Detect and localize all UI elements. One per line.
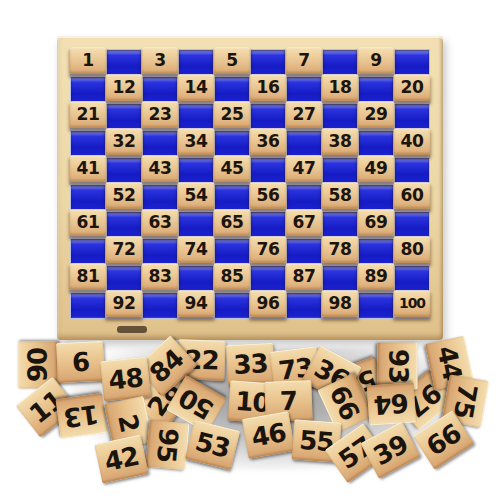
scattered-tile-33[interactable]: 33	[225, 343, 274, 385]
tile-number-label: 29	[365, 106, 388, 123]
blue-square	[143, 131, 177, 156]
blue-square	[395, 50, 429, 75]
blue-square	[359, 185, 393, 210]
blue-square	[215, 185, 249, 210]
blue-square	[71, 77, 105, 102]
number-tile-81[interactable]: 81	[70, 263, 106, 290]
blue-square	[107, 266, 141, 291]
number-tile-47[interactable]: 47	[286, 155, 322, 182]
blue-square	[287, 77, 321, 102]
blue-square	[323, 212, 357, 237]
tile-number-label: 7	[298, 52, 309, 69]
tile-number-label: 74	[185, 241, 208, 258]
blue-square	[107, 104, 141, 129]
number-tile-18[interactable]: 18	[322, 74, 358, 101]
number-tile-92[interactable]: 92	[106, 290, 142, 317]
blue-square	[215, 239, 249, 264]
number-tile-5[interactable]: 5	[214, 47, 250, 74]
tile-number-label: 83	[149, 268, 172, 285]
tile-number-label: 87	[293, 268, 316, 285]
blue-square	[359, 77, 393, 102]
tile-number-label: 56	[257, 187, 280, 204]
number-tile-9[interactable]: 9	[358, 47, 394, 74]
tile-number-label: 45	[221, 160, 244, 177]
number-tile-49[interactable]: 49	[358, 155, 394, 182]
tile-number-label: 9	[370, 52, 381, 69]
blue-square	[251, 212, 285, 237]
blue-square	[107, 158, 141, 183]
number-tile-14[interactable]: 14	[178, 74, 214, 101]
number-tile-58[interactable]: 58	[322, 182, 358, 209]
tile-number-label: 41	[77, 160, 100, 177]
number-tile-87[interactable]: 87	[286, 263, 322, 290]
tile-number-label: 67	[293, 214, 316, 231]
number-tile-72[interactable]: 72	[106, 236, 142, 263]
number-tile-29[interactable]: 29	[358, 101, 394, 128]
scattered-tile-42[interactable]: 42	[94, 435, 148, 484]
tile-number-label: 34	[185, 133, 208, 150]
number-tile-85[interactable]: 85	[214, 263, 250, 290]
scattered-tile-64[interactable]: 64	[366, 382, 416, 425]
blue-square	[323, 266, 357, 291]
number-tile-38[interactable]: 38	[322, 128, 358, 155]
number-tile-1[interactable]: 1	[70, 47, 106, 74]
frame-slot-mark	[117, 326, 147, 333]
number-tile-98[interactable]: 98	[322, 290, 358, 317]
blue-square	[251, 50, 285, 75]
tile-number-label: 98	[329, 295, 352, 312]
number-tile-16[interactable]: 16	[250, 74, 286, 101]
blue-square	[179, 212, 213, 237]
blue-square	[215, 77, 249, 102]
number-tile-41[interactable]: 41	[70, 155, 106, 182]
tile-number-label: 47	[293, 160, 316, 177]
number-tile-52[interactable]: 52	[106, 182, 142, 209]
tile-number-label: 23	[149, 106, 172, 123]
tile-number-label: 85	[221, 268, 244, 285]
number-tile-67[interactable]: 67	[286, 209, 322, 236]
blue-square	[71, 293, 105, 318]
blue-square	[395, 104, 429, 129]
tile-number-label: 58	[329, 187, 352, 204]
tile-number-label: 92	[113, 295, 136, 312]
blue-square	[179, 158, 213, 183]
tile-number-label: 60	[401, 187, 424, 204]
blue-square	[179, 266, 213, 291]
number-tile-78[interactable]: 78	[322, 236, 358, 263]
tile-number-label: 43	[149, 160, 172, 177]
number-tile-25[interactable]: 25	[214, 101, 250, 128]
number-tile-63[interactable]: 63	[142, 209, 178, 236]
number-tile-40[interactable]: 40	[394, 128, 430, 155]
scattered-tile-46[interactable]: 46	[241, 411, 294, 459]
scattered-tile-13[interactable]: 13	[55, 393, 107, 439]
tile-number-label: 63	[149, 214, 172, 231]
tile-number-label: 16	[257, 79, 280, 96]
blue-square	[395, 212, 429, 237]
tile-number-label: 78	[329, 241, 352, 258]
blue-square	[215, 131, 249, 156]
number-tile-7[interactable]: 7	[286, 47, 322, 74]
tile-number-label: 38	[329, 133, 352, 150]
photo-scene: 1357912141618202123252729323436384041434…	[0, 0, 500, 500]
number-tile-21[interactable]: 21	[70, 101, 106, 128]
number-tile-32[interactable]: 32	[106, 128, 142, 155]
blue-square	[287, 131, 321, 156]
tile-number-label: 36	[257, 133, 280, 150]
tile-number-label: 76	[257, 241, 280, 258]
blue-square	[287, 293, 321, 318]
tile-number-label: 100	[399, 297, 425, 311]
blue-square	[323, 50, 357, 75]
tile-number-label: 61	[77, 214, 100, 231]
tile-number-label: 65	[221, 214, 244, 231]
tile-number-label: 96	[257, 295, 280, 312]
blue-square	[143, 293, 177, 318]
blue-square	[251, 104, 285, 129]
number-tile-3[interactable]: 3	[142, 47, 178, 74]
blue-square	[143, 77, 177, 102]
tile-number-label: 49	[365, 160, 388, 177]
tile-number-label: 81	[77, 268, 100, 285]
blue-square	[179, 104, 213, 129]
tile-number-label: 1	[82, 52, 93, 69]
number-tile-100[interactable]: 100	[394, 290, 430, 317]
blue-square	[323, 158, 357, 183]
tile-number-label: 21	[77, 106, 100, 123]
hundred-board: 1357912141618202123252729323436384041434…	[57, 36, 443, 340]
tile-number-label: 3	[154, 52, 165, 69]
tile-number-label: 27	[293, 106, 316, 123]
blue-square	[323, 104, 357, 129]
blue-square	[251, 158, 285, 183]
number-tile-27[interactable]: 27	[286, 101, 322, 128]
blue-square	[143, 185, 177, 210]
tile-number-label: 80	[401, 241, 424, 258]
number-tile-45[interactable]: 45	[214, 155, 250, 182]
blue-square	[395, 158, 429, 183]
scattered-tile-95[interactable]: 95	[145, 420, 189, 470]
blue-square	[143, 239, 177, 264]
number-tile-43[interactable]: 43	[142, 155, 178, 182]
number-tile-83[interactable]: 83	[142, 263, 178, 290]
tile-number-label: 69	[365, 214, 388, 231]
scattered-tile-48[interactable]: 48	[100, 357, 151, 402]
number-tile-94[interactable]: 94	[178, 290, 214, 317]
number-tile-96[interactable]: 96	[250, 290, 286, 317]
blue-square	[107, 50, 141, 75]
blue-square	[251, 266, 285, 291]
blue-square	[395, 266, 429, 291]
tile-number-label: 14	[185, 79, 208, 96]
tile-number-label: 54	[185, 187, 208, 204]
number-tile-34[interactable]: 34	[178, 128, 214, 155]
tile-number-label: 20	[401, 79, 424, 96]
number-tile-60[interactable]: 60	[394, 182, 430, 209]
blue-square	[359, 239, 393, 264]
blue-square	[71, 131, 105, 156]
scattered-tile-6[interactable]: 6	[55, 341, 104, 383]
blue-square	[107, 212, 141, 237]
number-tile-76[interactable]: 76	[250, 236, 286, 263]
blue-square	[179, 50, 213, 75]
blue-square	[71, 239, 105, 264]
number-tile-89[interactable]: 89	[358, 263, 394, 290]
number-tile-61[interactable]: 61	[70, 209, 106, 236]
tile-number-label: 52	[113, 187, 136, 204]
number-tile-20[interactable]: 20	[394, 74, 430, 101]
number-tile-74[interactable]: 74	[178, 236, 214, 263]
number-tile-54[interactable]: 54	[178, 182, 214, 209]
tile-number-label: 72	[113, 241, 136, 258]
number-tile-69[interactable]: 69	[358, 209, 394, 236]
tile-number-label: 40	[401, 133, 424, 150]
number-tile-65[interactable]: 65	[214, 209, 250, 236]
blue-square	[359, 293, 393, 318]
tile-number-label: 5	[226, 52, 237, 69]
blue-square	[359, 131, 393, 156]
tile-number-label: 32	[113, 133, 136, 150]
number-tile-23[interactable]: 23	[142, 101, 178, 128]
number-tile-12[interactable]: 12	[106, 74, 142, 101]
tile-number-label: 18	[329, 79, 352, 96]
board-grid: 1357912141618202123252729323436384041434…	[71, 50, 429, 318]
tile-number-label: 12	[113, 79, 136, 96]
blue-square	[71, 185, 105, 210]
blue-square	[215, 293, 249, 318]
blue-square	[287, 185, 321, 210]
blue-square	[287, 239, 321, 264]
number-tile-80[interactable]: 80	[394, 236, 430, 263]
number-tile-56[interactable]: 56	[250, 182, 286, 209]
number-tile-36[interactable]: 36	[250, 128, 286, 155]
tile-number-label: 89	[365, 268, 388, 285]
tile-number-label: 94	[185, 295, 208, 312]
tile-number-label: 25	[221, 106, 244, 123]
